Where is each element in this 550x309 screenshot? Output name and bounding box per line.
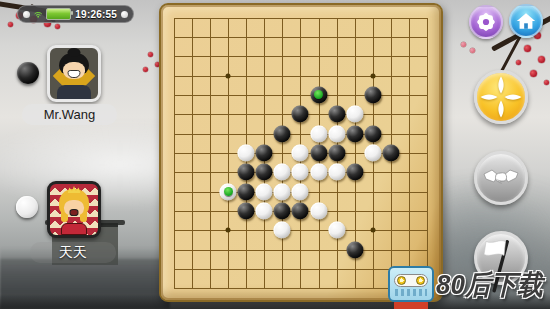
board-cell-7-11[interactable]: [291, 221, 309, 240]
white-stone: [328, 164, 345, 181]
board-cell-10-1[interactable]: [346, 27, 364, 46]
board-cell-11-11[interactable]: [364, 221, 382, 240]
white-stone: [292, 164, 309, 181]
board-cell-5-9[interactable]: [255, 182, 273, 201]
board-cell-10-10[interactable]: [346, 201, 364, 220]
board-cell-10-14[interactable]: [346, 279, 364, 298]
board-cell-8-7[interactable]: [310, 143, 328, 162]
board-cell-2-9[interactable]: [201, 182, 219, 201]
last-move-marker: [224, 187, 233, 196]
star-point: [226, 73, 231, 78]
board-cell-6-6[interactable]: [273, 124, 291, 143]
board-cell-0-13[interactable]: [165, 259, 183, 278]
board-cell-10-4[interactable]: [346, 85, 364, 104]
board-cell-5-7[interactable]: [255, 143, 273, 162]
clock-time: 19:26:55: [75, 9, 117, 20]
white-stone: [310, 125, 327, 142]
board-cell-10-6[interactable]: [346, 124, 364, 143]
board-cell-10-7[interactable]: [346, 143, 364, 162]
board-cell-9-4[interactable]: [328, 85, 346, 104]
board-cell-13-6[interactable]: [400, 124, 418, 143]
board-cell-5-12[interactable]: [255, 240, 273, 259]
plum-blossom-icon: [524, 45, 531, 52]
board-cell-0-9[interactable]: [165, 182, 183, 201]
plum-blossom-icon: [516, 60, 521, 65]
board-cell-7-2[interactable]: [291, 47, 309, 66]
board-cell-7-3[interactable]: [291, 66, 309, 85]
board-cell-7-9[interactable]: [291, 182, 309, 201]
board-cell-2-11[interactable]: [201, 221, 219, 240]
white-stone: [346, 106, 363, 123]
board-cell-0-0[interactable]: [165, 8, 183, 27]
plum-blossom-icon: [8, 22, 13, 27]
board-cell-7-1[interactable]: [291, 27, 309, 46]
board-cell-4-14[interactable]: [237, 279, 255, 298]
board-cell-2-4[interactable]: [201, 85, 219, 104]
board-cell-9-2[interactable]: [328, 47, 346, 66]
board-cell-13-1[interactable]: [400, 27, 418, 46]
board-cell-7-8[interactable]: [291, 163, 309, 182]
white-stone: [328, 222, 345, 239]
board-cell-9-12[interactable]: [328, 240, 346, 259]
home-button[interactable]: [509, 4, 543, 38]
game-screen: 19:26:55: [0, 0, 550, 309]
board-cell-1-6[interactable]: [183, 124, 201, 143]
white-stone: [220, 183, 237, 200]
board-cell-5-11[interactable]: [255, 221, 273, 240]
black-stone: [238, 202, 255, 219]
board-cell-4-1[interactable]: [237, 27, 255, 46]
board-cell-14-5[interactable]: [418, 105, 436, 124]
board-cell-2-12[interactable]: [201, 240, 219, 259]
board-cell-6-11[interactable]: [273, 221, 291, 240]
board-cell-11-6[interactable]: [364, 124, 382, 143]
settings-button[interactable]: [469, 5, 503, 39]
board-cell-8-11[interactable]: [310, 221, 328, 240]
board-cell-9-10[interactable]: [328, 201, 346, 220]
board-cell-4-5[interactable]: [237, 105, 255, 124]
board-cell-4-0[interactable]: [237, 8, 255, 27]
board-cell-13-10[interactable]: [400, 201, 418, 220]
board-cell-8-4[interactable]: [310, 85, 328, 104]
black-stone: [364, 125, 381, 142]
black-stone: [382, 144, 399, 161]
board-cell-14-10[interactable]: [418, 201, 436, 220]
watermark-text: 80后下载: [436, 267, 543, 305]
board-cell-6-7[interactable]: [273, 143, 291, 162]
board-cell-8-0[interactable]: [310, 8, 328, 27]
board-cell-10-5[interactable]: [346, 105, 364, 124]
black-stone: [346, 125, 363, 142]
board-cell-2-5[interactable]: [201, 105, 219, 124]
board-cell-10-9[interactable]: [346, 182, 364, 201]
cassette-stripes: [395, 289, 427, 296]
board-cell-12-4[interactable]: [382, 85, 400, 104]
board-cell-5-4[interactable]: [255, 85, 273, 104]
star-point: [370, 228, 375, 233]
board-cell-6-8[interactable]: [273, 163, 291, 182]
board-cell-12-10[interactable]: [382, 201, 400, 220]
board-cell-8-12[interactable]: [310, 240, 328, 259]
board-cell-13-7[interactable]: [400, 143, 418, 162]
board-cell-11-1[interactable]: [364, 27, 382, 46]
white-stone: [238, 144, 255, 161]
board-cell-5-1[interactable]: [255, 27, 273, 46]
board-cell-2-6[interactable]: [201, 124, 219, 143]
board-cell-11-12[interactable]: [364, 240, 382, 259]
player2-name: 天天: [30, 242, 116, 263]
wifi-icon: [34, 9, 42, 20]
board-cell-3-13[interactable]: [219, 259, 237, 278]
player2-white-stone-indicator: [16, 196, 38, 218]
plum-branch-decoration: [500, 34, 522, 72]
board-cell-13-9[interactable]: [400, 182, 418, 201]
board-cell-6-9[interactable]: [273, 182, 291, 201]
board-cell-5-13[interactable]: [255, 259, 273, 278]
board-cell-0-4[interactable]: [165, 85, 183, 104]
board-cell-7-0[interactable]: [291, 8, 309, 27]
board-cell-14-0[interactable]: [418, 8, 436, 27]
offer-draw-button[interactable]: [474, 151, 528, 205]
board-cell-13-2[interactable]: [400, 47, 418, 66]
board-cell-14-3[interactable]: [418, 66, 436, 85]
board-grid: [165, 8, 436, 298]
board-cell-0-5[interactable]: [165, 105, 183, 124]
board-cell-6-4[interactable]: [273, 85, 291, 104]
board-cell-4-6[interactable]: [237, 124, 255, 143]
board-cell-2-2[interactable]: [201, 47, 219, 66]
board-cell-4-13[interactable]: [237, 259, 255, 278]
black-stone: [328, 144, 345, 161]
board-cell-7-5[interactable]: [291, 105, 309, 124]
board-cell-1-3[interactable]: [183, 66, 201, 85]
board-cell-13-0[interactable]: [400, 8, 418, 27]
board-cell-13-3[interactable]: [400, 66, 418, 85]
board-cell-3-3[interactable]: [219, 66, 237, 85]
last-move-marker: [314, 90, 323, 99]
board-cell-2-14[interactable]: [201, 279, 219, 298]
board-cell-5-8[interactable]: [255, 163, 273, 182]
board-cell-14-2[interactable]: [418, 47, 436, 66]
board-cell-2-8[interactable]: [201, 163, 219, 182]
board-cell-14-7[interactable]: [418, 143, 436, 162]
board-cell-2-3[interactable]: [201, 66, 219, 85]
white-stone: [328, 125, 345, 142]
board-cell-9-3[interactable]: [328, 66, 346, 85]
board-cell-4-7[interactable]: [237, 143, 255, 162]
player1-black-stone-indicator: [17, 62, 39, 84]
board-cell-9-14[interactable]: [328, 279, 346, 298]
board-cell-12-8[interactable]: [382, 163, 400, 182]
board-cell-0-14[interactable]: [165, 279, 183, 298]
board-cell-5-2[interactable]: [255, 47, 273, 66]
board-cell-5-3[interactable]: [255, 66, 273, 85]
gomoku-board: [159, 3, 443, 302]
black-stone: [274, 125, 291, 142]
plum-blossom-icon: [470, 48, 475, 53]
board-cell-7-14[interactable]: [291, 279, 309, 298]
board-cell-3-7[interactable]: [219, 143, 237, 162]
board-cell-8-5[interactable]: [310, 105, 328, 124]
black-stone: [238, 164, 255, 181]
hint-button[interactable]: [474, 70, 528, 124]
black-stone: [346, 164, 363, 181]
board-cell-0-12[interactable]: [165, 240, 183, 259]
board-cell-5-6[interactable]: [255, 124, 273, 143]
board-cell-12-6[interactable]: [382, 124, 400, 143]
board-cell-9-1[interactable]: [328, 27, 346, 46]
board-cell-3-5[interactable]: [219, 105, 237, 124]
player1-name: Mr.Wang: [22, 104, 117, 125]
status-left-dot: [23, 11, 30, 18]
board-cell-9-6[interactable]: [328, 124, 346, 143]
board-cell-10-0[interactable]: [346, 8, 364, 27]
avatar-body: [57, 85, 91, 99]
home-icon: [515, 10, 537, 32]
board-cell-2-10[interactable]: [201, 201, 219, 220]
board-cell-14-6[interactable]: [418, 124, 436, 143]
black-stone: [364, 86, 381, 103]
board-cell-8-3[interactable]: [310, 66, 328, 85]
board-cell-4-3[interactable]: [237, 66, 255, 85]
board-cell-7-7[interactable]: [291, 143, 309, 162]
white-stone: [274, 222, 291, 239]
board-cell-13-8[interactable]: [400, 163, 418, 182]
board-cell-9-5[interactable]: [328, 105, 346, 124]
board-cell-7-10[interactable]: [291, 201, 309, 220]
board-cell-7-13[interactable]: [291, 259, 309, 278]
black-stone: [328, 106, 345, 123]
plum-blossom-icon: [461, 42, 466, 47]
board-cell-6-13[interactable]: [273, 259, 291, 278]
board-cell-4-9[interactable]: [237, 182, 255, 201]
board-cell-3-2[interactable]: [219, 47, 237, 66]
board-cell-11-10[interactable]: [364, 201, 382, 220]
board-cell-6-0[interactable]: [273, 8, 291, 27]
board-cell-1-4[interactable]: [183, 85, 201, 104]
board-cell-11-2[interactable]: [364, 47, 382, 66]
board-cell-0-11[interactable]: [165, 221, 183, 240]
white-stone: [292, 183, 309, 200]
board-cell-4-10[interactable]: [237, 201, 255, 220]
board-cell-2-7[interactable]: [201, 143, 219, 162]
board-cell-2-0[interactable]: [201, 8, 219, 27]
board-cell-3-4[interactable]: [219, 85, 237, 104]
board-cell-8-1[interactable]: [310, 27, 328, 46]
white-stone: [256, 202, 273, 219]
board-cell-10-11[interactable]: [346, 221, 364, 240]
board-cell-12-11[interactable]: [382, 221, 400, 240]
board-cell-3-10[interactable]: [219, 201, 237, 220]
board-cell-12-9[interactable]: [382, 182, 400, 201]
star-point: [226, 228, 231, 233]
board-cell-4-4[interactable]: [237, 85, 255, 104]
board-cell-10-3[interactable]: [346, 66, 364, 85]
board-cell-1-14[interactable]: [183, 279, 201, 298]
board-cell-1-0[interactable]: [183, 8, 201, 27]
handshake-icon: [483, 166, 519, 190]
board-cell-12-7[interactable]: [382, 143, 400, 162]
board-cell-11-8[interactable]: [364, 163, 382, 182]
gear-icon: [475, 11, 497, 33]
plum-blossom-icon: [538, 56, 545, 63]
board-cell-5-5[interactable]: [255, 105, 273, 124]
board-cell-0-2[interactable]: [165, 47, 183, 66]
board-cell-6-10[interactable]: [273, 201, 291, 220]
board-cell-6-3[interactable]: [273, 66, 291, 85]
board-cell-7-6[interactable]: [291, 124, 309, 143]
board-cell-8-6[interactable]: [310, 124, 328, 143]
avatar-crown: [68, 186, 81, 193]
board-cell-1-5[interactable]: [183, 105, 201, 124]
board-cell-6-5[interactable]: [273, 105, 291, 124]
board-cell-3-6[interactable]: [219, 124, 237, 143]
plum-blossom-icon: [143, 67, 148, 72]
board-cell-0-1[interactable]: [165, 27, 183, 46]
plum-blossom-icon: [530, 70, 537, 77]
board-cell-1-2[interactable]: [183, 47, 201, 66]
player1-avatar[interactable]: [47, 45, 101, 102]
board-cell-11-4[interactable]: [364, 85, 382, 104]
board-cell-6-12[interactable]: [273, 240, 291, 259]
board-cell-13-5[interactable]: [400, 105, 418, 124]
board-cell-9-7[interactable]: [328, 143, 346, 162]
cassette-reel: [416, 276, 425, 285]
board-cell-8-10[interactable]: [310, 201, 328, 220]
board-cell-0-10[interactable]: [165, 201, 183, 220]
board-cell-1-8[interactable]: [183, 163, 201, 182]
board-cell-4-12[interactable]: [237, 240, 255, 259]
black-stone: [346, 241, 363, 258]
board-cell-13-11[interactable]: [400, 221, 418, 240]
board-cell-3-14[interactable]: [219, 279, 237, 298]
board-cell-6-14[interactable]: [273, 279, 291, 298]
board-cell-7-4[interactable]: [291, 85, 309, 104]
board-cell-1-9[interactable]: [183, 182, 201, 201]
board-cell-1-11[interactable]: [183, 221, 201, 240]
black-stone: [292, 202, 309, 219]
board-cell-3-9[interactable]: [219, 182, 237, 201]
board-cell-11-5[interactable]: [364, 105, 382, 124]
cassette-tape-icon: [388, 266, 434, 302]
board-cell-10-2[interactable]: [346, 47, 364, 66]
black-stone: [256, 144, 273, 161]
status-right-dot: [121, 11, 128, 18]
board-cell-12-5[interactable]: [382, 105, 400, 124]
cassette-window: [394, 274, 428, 287]
board-cell-0-3[interactable]: [165, 66, 183, 85]
board-cell-1-7[interactable]: [183, 143, 201, 162]
board-cell-14-1[interactable]: [418, 27, 436, 46]
board-cell-12-2[interactable]: [382, 47, 400, 66]
board-cell-2-1[interactable]: [201, 27, 219, 46]
board-cell-11-7[interactable]: [364, 143, 382, 162]
board-cell-10-8[interactable]: [346, 163, 364, 182]
board-cell-7-12[interactable]: [291, 240, 309, 259]
board-cell-6-1[interactable]: [273, 27, 291, 46]
board-cell-4-8[interactable]: [237, 163, 255, 182]
board-cell-8-13[interactable]: [310, 259, 328, 278]
board-cell-9-8[interactable]: [328, 163, 346, 182]
board-cell-1-10[interactable]: [183, 201, 201, 220]
cassette-reel: [397, 276, 406, 285]
board-cell-11-14[interactable]: [364, 279, 382, 298]
board-cell-9-9[interactable]: [328, 182, 346, 201]
board-cell-1-13[interactable]: [183, 259, 201, 278]
board-cell-1-12[interactable]: [183, 240, 201, 259]
board-cell-10-12[interactable]: [346, 240, 364, 259]
board-cell-8-2[interactable]: [310, 47, 328, 66]
board-cell-12-3[interactable]: [382, 66, 400, 85]
board-cell-0-8[interactable]: [165, 163, 183, 182]
board-cell-8-8[interactable]: [310, 163, 328, 182]
board-cell-5-14[interactable]: [255, 279, 273, 298]
board-cell-3-0[interactable]: [219, 8, 237, 27]
board-cell-4-2[interactable]: [237, 47, 255, 66]
board-cell-12-1[interactable]: [382, 27, 400, 46]
board-cell-4-11[interactable]: [237, 221, 255, 240]
board-cell-3-8[interactable]: [219, 163, 237, 182]
board-cell-0-7[interactable]: [165, 143, 183, 162]
board-cell-12-12[interactable]: [382, 240, 400, 259]
white-stone: [274, 164, 291, 181]
board-cell-3-11[interactable]: [219, 221, 237, 240]
board-cell-14-8[interactable]: [418, 163, 436, 182]
board-cell-10-13[interactable]: [346, 259, 364, 278]
board-cell-5-10[interactable]: [255, 201, 273, 220]
black-stone: [274, 202, 291, 219]
status-bar: 19:26:55: [17, 5, 134, 23]
board-cell-3-1[interactable]: [219, 27, 237, 46]
board-cell-6-2[interactable]: [273, 47, 291, 66]
board-cell-2-13[interactable]: [201, 259, 219, 278]
board-cell-1-1[interactable]: [183, 27, 201, 46]
battery-icon: [46, 8, 71, 20]
board-cell-12-0[interactable]: [382, 8, 400, 27]
board-cell-3-12[interactable]: [219, 240, 237, 259]
board-cell-8-14[interactable]: [310, 279, 328, 298]
board-cell-9-0[interactable]: [328, 8, 346, 27]
black-stone: [310, 86, 327, 103]
board-cell-9-13[interactable]: [328, 259, 346, 278]
plum-blossom-icon: [148, 52, 153, 57]
board-cell-9-11[interactable]: [328, 221, 346, 240]
board-cell-11-0[interactable]: [364, 8, 382, 27]
board-cell-14-4[interactable]: [418, 85, 436, 104]
black-stone: [292, 106, 309, 123]
board-cell-11-9[interactable]: [364, 182, 382, 201]
board-cell-11-13[interactable]: [364, 259, 382, 278]
board-cell-14-12[interactable]: [418, 240, 436, 259]
board-cell-5-0[interactable]: [255, 8, 273, 27]
player2-avatar[interactable]: [47, 181, 101, 238]
board-cell-13-12[interactable]: [400, 240, 418, 259]
black-stone: [238, 183, 255, 200]
board-cell-14-11[interactable]: [418, 221, 436, 240]
board-cell-11-3[interactable]: [364, 66, 382, 85]
avatar-mouth: [70, 209, 79, 216]
board-cell-13-4[interactable]: [400, 85, 418, 104]
white-stone: [292, 144, 309, 161]
four-petal-flower-icon: [479, 75, 523, 119]
board-cell-8-9[interactable]: [310, 182, 328, 201]
board-cell-14-9[interactable]: [418, 182, 436, 201]
white-stone: [310, 164, 327, 181]
white-stone: [256, 183, 273, 200]
black-stone: [310, 144, 327, 161]
white-stone: [310, 202, 327, 219]
board-cell-0-6[interactable]: [165, 124, 183, 143]
